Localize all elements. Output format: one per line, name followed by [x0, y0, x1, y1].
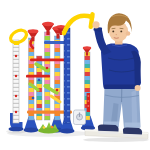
red-bead-chain	[87, 93, 90, 112]
striped-tower	[55, 36, 61, 120]
boy-left-hand	[135, 85, 141, 91]
boy-nose	[116, 34, 117, 35]
tall-blue-tower	[64, 28, 70, 123]
red-funnel	[42, 22, 54, 35]
boy-head	[108, 13, 132, 44]
boy-jeans	[103, 87, 141, 129]
blue-connector-bar	[44, 41, 67, 44]
boy-ear	[126, 31, 131, 36]
striped-tower	[29, 38, 35, 120]
product-photo-stage	[0, 0, 150, 150]
gearbox-crank	[74, 110, 86, 125]
chain-lift-ladder	[13, 40, 19, 123]
yellow-loop-top	[8, 28, 28, 46]
red-connector-bar	[26, 75, 50, 78]
marble-run-scene	[0, 0, 150, 150]
boy-hand	[92, 21, 99, 28]
boy	[92, 13, 142, 137]
marble-run-toy	[6, 12, 95, 137]
red-connector-bar	[30, 59, 65, 62]
